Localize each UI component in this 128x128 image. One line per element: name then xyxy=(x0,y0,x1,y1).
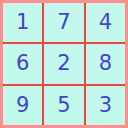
cell-r0c1[interactable]: 7 xyxy=(44,3,83,42)
cell-r1c1[interactable]: 2 xyxy=(44,44,83,83)
cell-r2c0[interactable]: 9 xyxy=(3,86,42,125)
cell-r1c0[interactable]: 6 xyxy=(3,44,42,83)
cell-r0c2[interactable]: 4 xyxy=(86,3,125,42)
number-grid-board: 1 7 4 6 2 8 9 5 3 xyxy=(0,0,128,128)
cell-r0c0[interactable]: 1 xyxy=(3,3,42,42)
cell-r2c2[interactable]: 3 xyxy=(86,86,125,125)
cell-r1c2[interactable]: 8 xyxy=(86,44,125,83)
cell-r2c1[interactable]: 5 xyxy=(44,86,83,125)
